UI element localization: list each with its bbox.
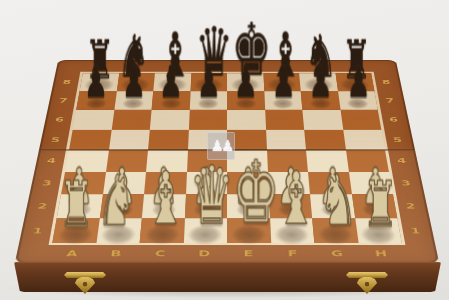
brass-clasp-right — [343, 272, 391, 294]
piece-black-pawn[interactable]: ♟ — [157, 60, 185, 104]
square-a5[interactable] — [69, 129, 111, 150]
piece-black-pawn[interactable]: ♟ — [82, 60, 110, 104]
piece-white-rook[interactable]: ♜ — [59, 173, 92, 236]
square-a6[interactable] — [73, 110, 114, 130]
square-c7[interactable]: ♟ — [152, 91, 191, 110]
piece-white-knight[interactable]: ♞ — [102, 166, 135, 236]
square-e7[interactable]: ♟ — [227, 91, 265, 110]
square-f6[interactable] — [265, 110, 304, 130]
piece-black-pawn[interactable]: ♟ — [269, 60, 297, 104]
square-h6[interactable] — [340, 110, 381, 130]
piece-white-bishop[interactable]: ♝ — [146, 163, 179, 235]
rank-label-right-6: 6 — [378, 110, 411, 130]
piece-black-pawn[interactable]: ♟ — [119, 60, 147, 104]
square-e6[interactable] — [227, 110, 266, 130]
rank-label-right-7: 7 — [374, 91, 406, 110]
square-c6[interactable] — [150, 110, 189, 130]
shop-logo-watermark: ♟♟ — [207, 132, 235, 160]
piece-white-king[interactable]: ♚ — [232, 150, 265, 236]
square-h5[interactable] — [343, 129, 385, 150]
rank-label-left-1: 1 — [19, 218, 57, 243]
file-label-h: H — [358, 244, 405, 261]
piece-black-pawn[interactable]: ♟ — [307, 60, 335, 104]
square-a1[interactable]: ♜ — [52, 218, 99, 243]
brass-clasp-left — [61, 272, 109, 294]
file-label-b: B — [93, 244, 139, 261]
square-h1[interactable]: ♜ — [355, 218, 402, 243]
square-g1[interactable]: ♞ — [312, 218, 358, 243]
piece-black-pawn[interactable]: ♟ — [194, 60, 222, 104]
square-c5[interactable] — [148, 129, 188, 150]
square-h7[interactable]: ♟ — [338, 91, 378, 110]
file-label-e: E — [227, 244, 272, 261]
square-b5[interactable] — [109, 129, 150, 150]
square-a7[interactable]: ♟ — [76, 91, 116, 110]
piece-white-knight[interactable]: ♞ — [319, 166, 352, 236]
piece-black-pawn[interactable]: ♟ — [344, 60, 372, 104]
file-label-a: A — [49, 244, 96, 261]
square-g7[interactable]: ♟ — [301, 91, 340, 110]
square-g5[interactable] — [304, 129, 345, 150]
square-d6[interactable] — [188, 110, 227, 130]
square-f1[interactable]: ♝ — [270, 218, 315, 243]
chess-set-photo: ♜♞♝♛♚♝♞♜♟♟♟♟♟♟♟♟♟♟♟♟♟♟♟♟♜♞♝♛♚♝♞♜ 8765432… — [0, 0, 449, 300]
board: ♜♞♝♛♚♝♞♜♟♟♟♟♟♟♟♟♟♟♟♟♟♟♟♟♜♞♝♛♚♝♞♜ 8765432… — [15, 60, 439, 263]
piece-white-rook[interactable]: ♜ — [362, 173, 395, 236]
square-g6[interactable] — [302, 110, 342, 130]
square-c1[interactable]: ♝ — [140, 218, 185, 243]
brass-clasp-fan-icon — [74, 277, 96, 294]
square-b1[interactable]: ♞ — [96, 218, 142, 243]
board-3d-wrap: ♜♞♝♛♚♝♞♜♟♟♟♟♟♟♟♟♟♟♟♟♟♟♟♟♜♞♝♛♚♝♞♜ 8765432… — [15, 60, 439, 263]
rank-label-right-5: 5 — [381, 129, 415, 150]
piece-white-bishop[interactable]: ♝ — [276, 163, 309, 235]
square-b6[interactable] — [111, 110, 151, 130]
square-d7[interactable]: ♟ — [189, 91, 227, 110]
file-label-d: D — [182, 244, 227, 261]
rank-label-left-7: 7 — [48, 91, 80, 110]
rank-label-left-2: 2 — [24, 194, 61, 218]
brass-clasp-fan-icon — [356, 277, 378, 294]
rank-label-left-5: 5 — [39, 129, 73, 150]
square-f7[interactable]: ♟ — [264, 91, 303, 110]
rank-label-left-6: 6 — [43, 110, 76, 130]
file-label-g: G — [314, 244, 360, 261]
rank-label-right-2: 2 — [393, 194, 430, 218]
square-e1[interactable]: ♚ — [227, 218, 271, 243]
rank-label-right-1: 1 — [397, 218, 435, 243]
square-d1[interactable]: ♛ — [183, 218, 227, 243]
file-label-c: C — [138, 244, 183, 261]
file-label-f: F — [271, 244, 316, 261]
piece-white-queen[interactable]: ♛ — [189, 155, 222, 235]
square-b7[interactable]: ♟ — [114, 91, 153, 110]
rank-label-right-8: 8 — [371, 73, 402, 91]
piece-black-pawn[interactable]: ♟ — [232, 60, 260, 104]
rank-label-left-8: 8 — [52, 73, 83, 91]
